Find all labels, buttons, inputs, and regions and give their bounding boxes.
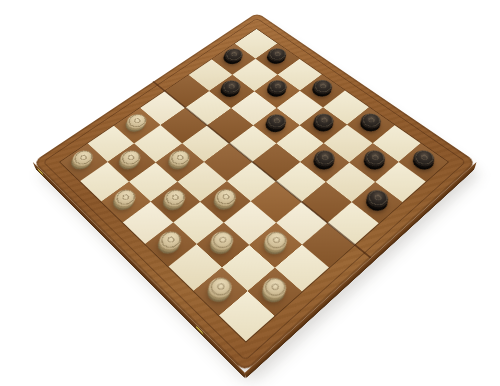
light-piece-a1[interactable] bbox=[69, 147, 97, 169]
playing-area-grid bbox=[59, 28, 449, 343]
dark-piece-c7[interactable] bbox=[264, 77, 291, 96]
light-piece-e1[interactable] bbox=[155, 228, 185, 254]
light-piece-f2[interactable] bbox=[207, 228, 238, 254]
dark-piece-d8[interactable] bbox=[309, 77, 336, 96]
light-piece-h2[interactable] bbox=[259, 274, 291, 302]
dark-piece-d6[interactable] bbox=[263, 111, 290, 132]
light-piece-b2[interactable] bbox=[117, 147, 145, 169]
light-piece-c1[interactable] bbox=[110, 186, 139, 210]
dark-piece-g7[interactable] bbox=[360, 147, 389, 169]
light-piece-g3[interactable] bbox=[260, 228, 291, 254]
square-h8[interactable] bbox=[398, 143, 447, 182]
dark-piece-f6[interactable] bbox=[311, 147, 340, 169]
brass-hinge bbox=[37, 168, 44, 177]
dark-piece-f8[interactable] bbox=[357, 111, 385, 132]
light-piece-c3[interactable] bbox=[165, 147, 193, 169]
square-c1[interactable] bbox=[101, 181, 151, 222]
light-piece-a3[interactable] bbox=[123, 111, 150, 132]
light-piece-e3[interactable] bbox=[210, 186, 239, 210]
square-e7[interactable] bbox=[300, 108, 347, 144]
brass-hinge bbox=[196, 326, 204, 336]
light-piece-g1[interactable] bbox=[204, 273, 236, 301]
dark-piece-b8[interactable] bbox=[264, 46, 290, 64]
photo-scene bbox=[0, 0, 500, 386]
dark-piece-b6[interactable] bbox=[218, 78, 244, 97]
dark-piece-a7[interactable] bbox=[221, 46, 247, 64]
checkers-board bbox=[33, 12, 477, 372]
dark-piece-h8[interactable] bbox=[409, 147, 438, 170]
